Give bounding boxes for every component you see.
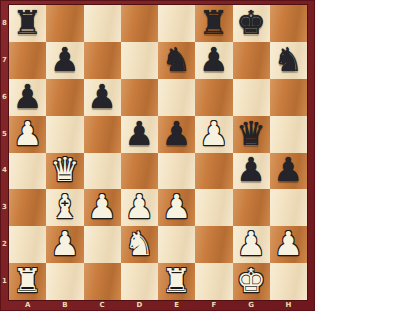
file-label-g: G (233, 300, 270, 311)
piece-white-pawn-a5[interactable]: ♟ (13, 117, 43, 150)
square-e3[interactable]: ♟ (158, 189, 195, 226)
square-g7[interactable] (233, 42, 270, 79)
piece-white-knight-d2[interactable]: ♞ (125, 227, 155, 260)
piece-black-rook-a8[interactable]: ♜ (13, 6, 43, 39)
square-h2[interactable]: ♟ (270, 226, 307, 263)
square-b8[interactable] (46, 5, 83, 42)
piece-black-knight-h7[interactable]: ♞ (274, 43, 304, 76)
square-e2[interactable] (158, 226, 195, 263)
file-label-c: C (84, 300, 121, 311)
rank-label-6: 6 (0, 79, 9, 116)
piece-black-queen-g5[interactable]: ♛ (236, 117, 266, 150)
square-a5[interactable]: ♟ (9, 116, 46, 153)
piece-white-pawn-f5[interactable]: ♟ (199, 117, 229, 150)
piece-white-pawn-c3[interactable]: ♟ (87, 190, 117, 223)
piece-black-pawn-a6[interactable]: ♟ (13, 80, 43, 113)
square-e5[interactable]: ♟ (158, 116, 195, 153)
square-b5[interactable] (46, 116, 83, 153)
piece-black-pawn-d5[interactable]: ♟ (125, 117, 155, 150)
square-c3[interactable]: ♟ (84, 189, 121, 226)
square-g3[interactable] (233, 189, 270, 226)
piece-black-king-g8[interactable]: ♚ (236, 6, 266, 39)
square-a3[interactable] (9, 189, 46, 226)
file-label-d: D (121, 300, 158, 311)
square-f6[interactable] (195, 79, 232, 116)
piece-white-pawn-d3[interactable]: ♟ (125, 190, 155, 223)
rank-labels: 87654321 (0, 5, 9, 300)
square-a2[interactable] (9, 226, 46, 263)
piece-black-pawn-g4[interactable]: ♟ (236, 153, 266, 186)
square-d7[interactable] (121, 42, 158, 79)
square-f3[interactable] (195, 189, 232, 226)
square-e1[interactable]: ♜ (158, 263, 195, 300)
square-e4[interactable] (158, 153, 195, 190)
square-h7[interactable]: ♞ (270, 42, 307, 79)
square-h6[interactable] (270, 79, 307, 116)
square-d3[interactable]: ♟ (121, 189, 158, 226)
piece-black-pawn-b7[interactable]: ♟ (50, 43, 80, 76)
square-d2[interactable]: ♞ (121, 226, 158, 263)
rank-label-3: 3 (0, 189, 9, 226)
square-c2[interactable] (84, 226, 121, 263)
square-c8[interactable] (84, 5, 121, 42)
file-label-a: A (9, 300, 46, 311)
rank-label-8: 8 (0, 5, 9, 42)
square-a1[interactable]: ♜ (9, 263, 46, 300)
chess-board: ♜♜♚♟♞♟♞♟♟♟♟♟♟♛♛♟♟♝♟♟♟♟♞♟♟♜♜♚ (9, 5, 307, 300)
square-f8[interactable]: ♜ (195, 5, 232, 42)
square-a4[interactable] (9, 153, 46, 190)
square-g2[interactable]: ♟ (233, 226, 270, 263)
piece-white-rook-a1[interactable]: ♜ (13, 264, 43, 297)
square-d6[interactable] (121, 79, 158, 116)
square-c1[interactable] (84, 263, 121, 300)
piece-white-pawn-h2[interactable]: ♟ (274, 227, 304, 260)
square-g1[interactable]: ♚ (233, 263, 270, 300)
square-a6[interactable]: ♟ (9, 79, 46, 116)
square-c5[interactable] (84, 116, 121, 153)
piece-black-knight-e7[interactable]: ♞ (162, 43, 192, 76)
square-f2[interactable] (195, 226, 232, 263)
square-f7[interactable]: ♟ (195, 42, 232, 79)
piece-black-pawn-h4[interactable]: ♟ (274, 153, 304, 186)
piece-black-pawn-c6[interactable]: ♟ (87, 80, 117, 113)
square-g8[interactable]: ♚ (233, 5, 270, 42)
square-f4[interactable] (195, 153, 232, 190)
piece-white-king-g1[interactable]: ♚ (236, 264, 266, 297)
square-h4[interactable]: ♟ (270, 153, 307, 190)
square-h8[interactable] (270, 5, 307, 42)
piece-white-rook-e1[interactable]: ♜ (162, 264, 192, 297)
rank-label-7: 7 (0, 42, 9, 79)
square-a8[interactable]: ♜ (9, 5, 46, 42)
square-h1[interactable] (270, 263, 307, 300)
square-h3[interactable] (270, 189, 307, 226)
piece-white-pawn-b2[interactable]: ♟ (50, 227, 80, 260)
file-label-b: B (46, 300, 83, 311)
file-label-h: H (270, 300, 307, 311)
square-f1[interactable] (195, 263, 232, 300)
piece-white-pawn-g2[interactable]: ♟ (236, 227, 266, 260)
piece-black-rook-f8[interactable]: ♜ (199, 6, 229, 39)
square-b6[interactable] (46, 79, 83, 116)
rank-label-2: 2 (0, 226, 9, 263)
square-g5[interactable]: ♛ (233, 116, 270, 153)
page-background: 87654321 ♜♜♚♟♞♟♞♟♟♟♟♟♟♛♛♟♟♝♟♟♟♟♞♟♟♜♜♚ AB… (0, 0, 414, 311)
file-labels: ABCDEFGH (9, 300, 307, 311)
square-d1[interactable] (121, 263, 158, 300)
square-d5[interactable]: ♟ (121, 116, 158, 153)
square-g6[interactable] (233, 79, 270, 116)
square-c7[interactable] (84, 42, 121, 79)
square-h5[interactable] (270, 116, 307, 153)
square-f5[interactable]: ♟ (195, 116, 232, 153)
rank-label-4: 4 (0, 153, 9, 190)
rank-label-5: 5 (0, 116, 9, 153)
square-c6[interactable]: ♟ (84, 79, 121, 116)
file-label-f: F (195, 300, 232, 311)
square-e7[interactable]: ♞ (158, 42, 195, 79)
square-a7[interactable] (9, 42, 46, 79)
square-e6[interactable] (158, 79, 195, 116)
square-e8[interactable] (158, 5, 195, 42)
piece-white-queen-b4[interactable]: ♛ (50, 153, 80, 186)
square-c4[interactable] (84, 153, 121, 190)
square-b4[interactable]: ♛ (46, 153, 83, 190)
square-d4[interactable] (121, 153, 158, 190)
file-label-e: E (158, 300, 195, 311)
square-g4[interactable]: ♟ (233, 153, 270, 190)
square-b2[interactable]: ♟ (46, 226, 83, 263)
square-b1[interactable] (46, 263, 83, 300)
chess-board-frame: 87654321 ♜♜♚♟♞♟♞♟♟♟♟♟♟♛♛♟♟♝♟♟♟♟♞♟♟♜♜♚ AB… (0, 0, 315, 311)
rank-label-1: 1 (0, 263, 9, 300)
square-d8[interactable] (121, 5, 158, 42)
piece-black-pawn-e5[interactable]: ♟ (162, 117, 192, 150)
piece-black-pawn-f7[interactable]: ♟ (199, 43, 229, 76)
piece-white-bishop-b3[interactable]: ♝ (50, 190, 80, 223)
square-b3[interactable]: ♝ (46, 189, 83, 226)
piece-white-pawn-e3[interactable]: ♟ (162, 190, 192, 223)
square-b7[interactable]: ♟ (46, 42, 83, 79)
